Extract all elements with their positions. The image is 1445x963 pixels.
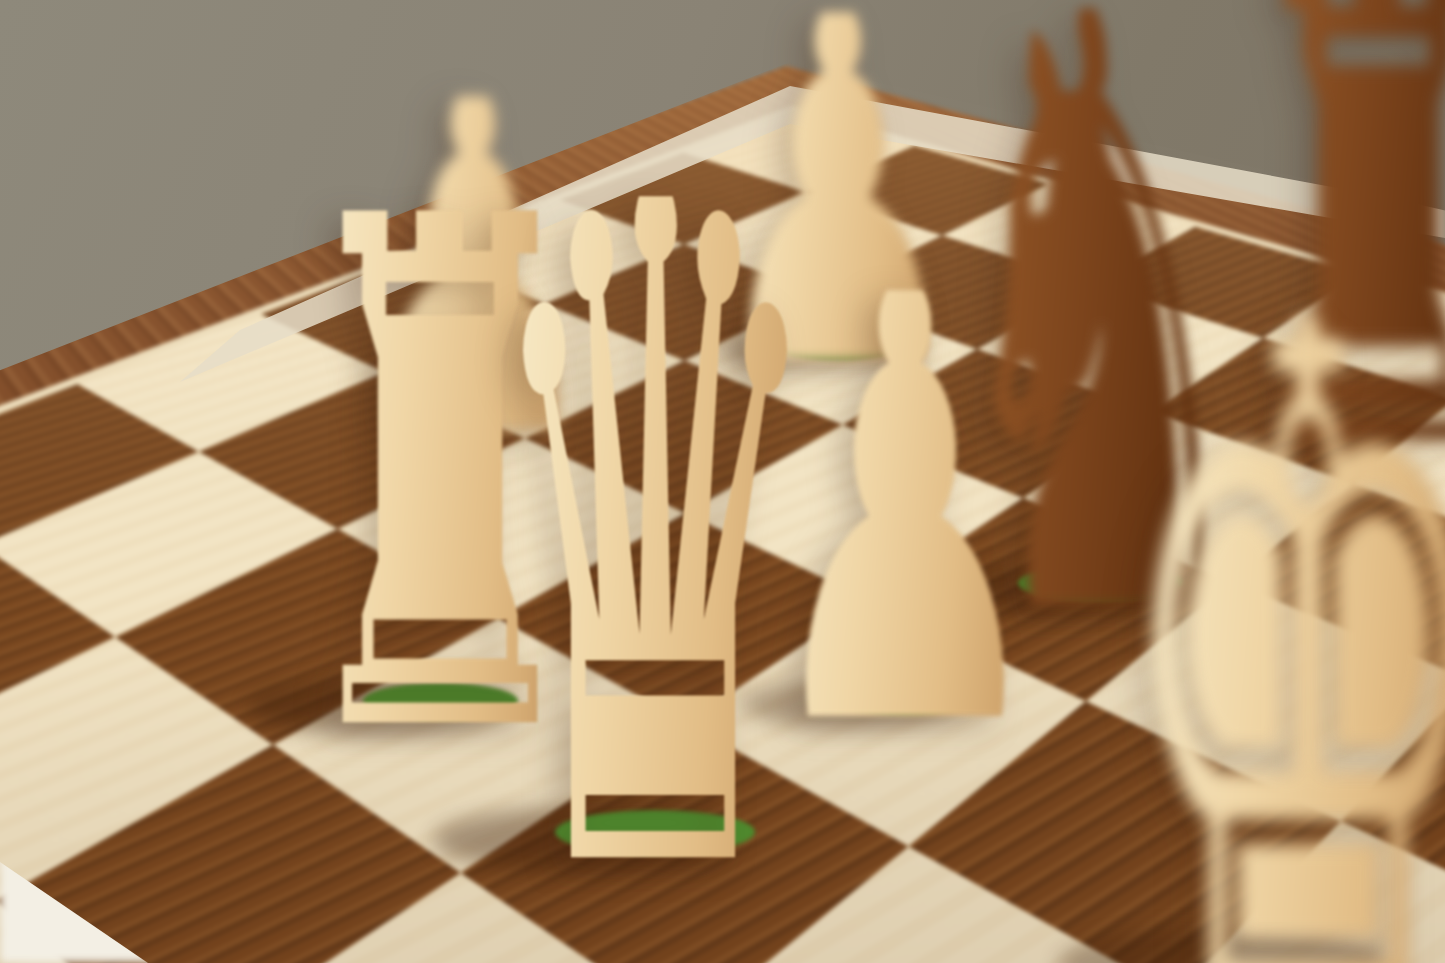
pawn-glyph: ♟ [757, 290, 1053, 728]
chess-photo-scene: ♜♟♞♟♜♛♟♚ [0, 0, 1445, 963]
pieces-layer: ♜♟♞♟♜♛♟♚ [0, 0, 1445, 963]
king-glyph: ♚ [1110, 317, 1445, 963]
